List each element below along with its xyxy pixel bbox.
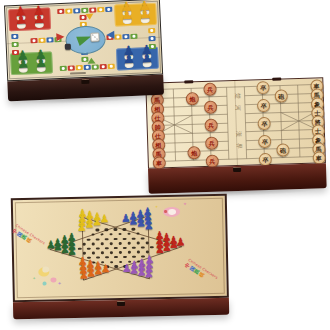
ludo-cell-dot: [107, 8, 111, 11]
checkers-hole[interactable]: [92, 252, 95, 255]
ludo-arrow-up: [87, 58, 95, 64]
ludo-track-cell: [122, 34, 129, 39]
checkers-hole[interactable]: [141, 246, 144, 249]
ludo-cell-dot: [99, 8, 103, 11]
checkers-hole[interactable]: [87, 238, 90, 241]
checkers-peg-right[interactable]: ♟: [154, 244, 166, 255]
ludo-pawn-top_left[interactable]: ♟: [33, 13, 46, 26]
chinese-checkers-box-clasp: [117, 301, 125, 306]
ludo-track-cell: [30, 38, 37, 43]
xiangqi-piece-black[interactable]: 卒: [257, 98, 270, 111]
ludo-track-cell: [57, 9, 64, 14]
checkers-hole[interactable]: [118, 242, 121, 245]
xiangqi-box-clasp: [233, 167, 241, 172]
checkers-hole[interactable]: [114, 247, 117, 250]
ludo-cell-dot: [116, 36, 120, 39]
ludo-track-cell: [89, 7, 96, 12]
ludo-track-cell: [60, 66, 67, 71]
ludo-cell-dot: [91, 9, 95, 12]
ludo-cell-dot: [150, 29, 154, 32]
die-pip: [94, 36, 96, 38]
xiangqi-board: 楚河漢界車兵車卒馬炮馬砲相兵象卒仕士帥兵將卒仕士相兵象卒馬炮馬砲車兵車卒: [145, 77, 326, 169]
ludo-cell-dot: [13, 35, 17, 38]
xiangqi-piece-red[interactable]: 炮: [187, 146, 200, 159]
checkers-hole[interactable]: [123, 237, 126, 240]
ludo-cell-dot: [77, 66, 81, 69]
ludo-pawn-top_right[interactable]: ♟: [139, 8, 152, 21]
checkers-hole[interactable]: [110, 251, 113, 254]
cartoon-decoration-top-right: ✦ ✦: [153, 200, 203, 225]
checkers-hole[interactable]: [128, 251, 131, 254]
ludo-track-cell: [68, 65, 75, 70]
ludo-track-cell: [76, 65, 83, 70]
checkers-hole[interactable]: [105, 229, 108, 232]
xiangqi-piece-black[interactable]: 卒: [259, 152, 272, 165]
xiangqi-piece-red[interactable]: 兵: [203, 82, 216, 95]
ludo-track-cell: [97, 7, 104, 12]
ludo-track-cell: [65, 8, 72, 13]
ludo-arrow-left: [106, 31, 114, 39]
ludo-track-cell: [46, 37, 53, 42]
ludo-track-cell: [81, 8, 88, 13]
ludo-cell-dot: [124, 35, 128, 38]
xiangqi-piece-black[interactable]: 砲: [276, 143, 289, 156]
checkers-hole[interactable]: [123, 228, 126, 231]
checkers-hole[interactable]: [87, 247, 90, 250]
checkers-hole[interactable]: [105, 247, 108, 250]
checkers-hole[interactable]: [137, 251, 140, 254]
ludo-track-cell: [38, 38, 45, 43]
ludo-cell-dot: [83, 9, 87, 12]
xiangqi-piece-black[interactable]: 卒: [258, 134, 271, 147]
ludo-board: ♟♟♟♟♟♟♟♟♟♟♟♟♟♟♟♟: [4, 0, 163, 81]
ludo-cell-dot: [150, 37, 154, 40]
xiangqi-hinge: [184, 80, 193, 83]
ludo-cell-dot: [61, 67, 65, 70]
checkers-hole[interactable]: [96, 238, 99, 241]
xiangqi-piece-red[interactable]: 兵: [204, 100, 217, 113]
xiangqi-box-side: [148, 163, 327, 194]
ludo-center-circle: [65, 25, 106, 55]
ludo-track-cell: [114, 34, 121, 39]
checkers-hole[interactable]: [127, 242, 130, 245]
checkers-hole[interactable]: [114, 265, 117, 268]
ludo-die-white[interactable]: [90, 32, 99, 41]
ludo-arrow-down: [85, 14, 93, 20]
ludo-pawn-bottom_left[interactable]: ♟: [35, 57, 48, 70]
xiangqi-piece-black[interactable]: 車: [312, 151, 325, 164]
xiangqi-piece-black[interactable]: 卒: [256, 80, 269, 93]
chinese-checkers-box-side: [13, 298, 229, 320]
ludo-box-clasp: [81, 79, 89, 84]
xiangqi-board-box: 楚河漢界車兵車卒馬炮馬砲相兵象卒仕士帥兵將卒仕士相兵象卒馬炮馬砲車兵車卒: [145, 77, 326, 194]
checkers-hole[interactable]: [92, 243, 95, 246]
ludo-track-cell: [148, 36, 155, 41]
checkers-hole[interactable]: [96, 229, 99, 232]
xiangqi-piece-black[interactable]: 砲: [275, 89, 288, 102]
ludo-cell-dot: [101, 65, 105, 68]
xiangqi-piece-red[interactable]: 車: [152, 156, 165, 169]
checkers-hole[interactable]: [136, 242, 139, 245]
ludo-pawn-bottom_right[interactable]: ♟: [141, 52, 154, 65]
ludo-cell-dot: [75, 9, 79, 12]
checkers-hole[interactable]: [119, 251, 122, 254]
ludo-cell-dot: [67, 10, 71, 13]
xiangqi-piece-red[interactable]: 兵: [204, 118, 217, 131]
ludo-track-cell: [12, 42, 19, 47]
checkers-hole[interactable]: [78, 247, 81, 250]
checkers-hole[interactable]: [100, 242, 103, 245]
checkers-peg-upper_left[interactable]: ♟: [76, 221, 88, 232]
ludo-track-cell: [84, 65, 91, 70]
xiangqi-piece-red[interactable]: 炮: [186, 92, 199, 105]
checkers-hole[interactable]: [83, 243, 86, 246]
ludo-pawn-bottom_left[interactable]: ♟: [17, 57, 30, 70]
chinese-checkers-board: 中国跳棋 Chinese Checkers 中国跳棋 Chinese Check…: [11, 194, 229, 303]
xiangqi-piece-red[interactable]: 兵: [205, 154, 218, 167]
cartoon-decoration-bottom-left: ✦ ✦: [30, 263, 71, 294]
ludo-arrow-right: [56, 33, 64, 41]
ludo-cell-dot: [32, 39, 36, 42]
ludo-die-black[interactable]: [65, 44, 71, 50]
ludo-cell-dot: [132, 35, 136, 38]
xiangqi-hinge: [272, 78, 281, 81]
ludo-cell-dot: [48, 39, 52, 42]
checkers-hole[interactable]: [114, 238, 117, 241]
ludo-track-cell: [92, 64, 99, 69]
checkers-peg-lower_left[interactable]: ♟: [78, 270, 90, 281]
checkers-hole[interactable]: [141, 237, 144, 240]
ludo-track-cell: [105, 7, 112, 12]
ludo-cell-dot: [59, 10, 63, 13]
ludo-cell-dot: [69, 67, 73, 70]
die-pip: [96, 38, 98, 40]
ludo-track-cell: [100, 64, 107, 69]
ludo-pawn-bottom_right[interactable]: ♟: [123, 53, 136, 66]
ludo-cell-dot: [109, 65, 113, 68]
checkers-hole[interactable]: [114, 228, 117, 231]
checkers-hole[interactable]: [105, 238, 108, 241]
ludo-cell-dot: [40, 39, 44, 42]
checkers-hole[interactable]: [109, 242, 112, 245]
ludo-track-cell: [73, 8, 80, 13]
ludo-track-cell: [108, 64, 115, 69]
ludo-brand-mark: [70, 72, 86, 75]
ludo-track-cell: [130, 34, 137, 39]
ludo-board-box: ♟♟♟♟♟♟♟♟♟♟♟♟♟♟♟♟: [4, 0, 164, 101]
checkers-hole[interactable]: [123, 247, 126, 250]
checkers-hole[interactable]: [101, 252, 104, 255]
ludo-track-cell: [148, 28, 155, 33]
ludo-cell-dot: [83, 58, 87, 61]
chinese-checkers-board-box: 中国跳棋 Chinese Checkers 中国跳棋 Chinese Check…: [11, 194, 229, 319]
ludo-cell-dot: [85, 66, 89, 69]
ludo-cell-dot: [13, 43, 17, 46]
xiangqi-piece-black[interactable]: 卒: [258, 116, 271, 129]
ludo-cell-dot: [93, 66, 97, 69]
checkers-hole[interactable]: [145, 241, 148, 244]
ludo-pawn-top_right[interactable]: ♟: [121, 9, 134, 22]
ludo-cell-dot: [81, 16, 85, 19]
xiangqi-piece-red[interactable]: 兵: [205, 136, 218, 149]
checkers-hole[interactable]: [132, 237, 135, 240]
checkers-hole[interactable]: [96, 247, 99, 250]
ludo-track-cell: [11, 34, 18, 39]
checkers-peg-lower_right[interactable]: ♟: [143, 268, 155, 279]
ludo-pawn-top_left[interactable]: ♟: [15, 13, 28, 26]
